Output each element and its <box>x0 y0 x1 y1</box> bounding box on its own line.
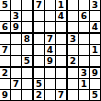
cell-r8c1[interactable] <box>0 79 10 89</box>
cell-r6c1[interactable] <box>0 56 10 66</box>
cell-r9c3[interactable] <box>22 90 32 100</box>
cell-r7c5[interactable] <box>45 68 55 78</box>
cell-r6c4[interactable] <box>34 56 44 66</box>
cell-r8c3[interactable] <box>22 79 32 89</box>
given-digit-r4c3[interactable]: 8 <box>22 34 32 44</box>
given-digit-r5c1[interactable]: 7 <box>0 45 10 55</box>
given-digit-r7c9[interactable]: 9 <box>90 68 100 78</box>
cell-r3c7[interactable] <box>68 22 78 32</box>
given-digit-r8c2[interactable]: 7 <box>11 79 21 89</box>
cell-r9c5[interactable] <box>45 90 55 100</box>
cell-r5c8[interactable] <box>79 45 89 55</box>
cell-r8c6[interactable] <box>56 79 66 89</box>
cell-r2c7[interactable] <box>68 11 78 21</box>
cell-r4c1[interactable] <box>0 34 10 44</box>
given-digit-r3c9[interactable]: 4 <box>90 22 100 32</box>
cell-r4c4[interactable] <box>34 34 44 44</box>
cell-r2c3[interactable] <box>22 11 32 21</box>
given-digit-r7c8[interactable]: 3 <box>79 68 89 78</box>
cell-r5c2[interactable] <box>11 45 21 55</box>
cell-r6c8[interactable] <box>79 56 89 66</box>
cell-r9c2[interactable] <box>11 90 21 100</box>
given-digit-r9c1[interactable]: 9 <box>0 90 10 100</box>
cell-r1c8[interactable] <box>79 0 89 10</box>
given-digit-r9c4[interactable]: 2 <box>34 90 44 100</box>
cell-r1c3[interactable] <box>22 0 32 10</box>
cell-r9c8[interactable] <box>79 90 89 100</box>
given-digit-r9c6[interactable]: 7 <box>56 90 66 100</box>
given-digit-r1c6[interactable]: 1 <box>56 0 66 10</box>
cell-r7c7[interactable] <box>68 68 78 78</box>
given-digit-r3c2[interactable]: 9 <box>11 22 21 32</box>
cell-r3c6[interactable] <box>56 22 66 32</box>
cell-r7c6[interactable] <box>56 68 66 78</box>
cell-r5c4[interactable] <box>34 45 44 55</box>
given-digit-r8c8[interactable]: 1 <box>79 79 89 89</box>
cell-r7c4[interactable] <box>34 68 44 78</box>
cell-r1c2[interactable] <box>11 0 21 10</box>
given-digit-r6c7[interactable]: 2 <box>68 56 78 66</box>
cell-r2c5[interactable] <box>45 11 55 21</box>
cell-r4c9[interactable] <box>90 34 100 44</box>
given-digit-r5c5[interactable]: 4 <box>45 45 55 55</box>
cell-r2c4[interactable] <box>34 11 44 21</box>
cell-r6c2[interactable] <box>11 56 21 66</box>
cell-r3c4[interactable] <box>34 22 44 32</box>
given-digit-r4c7[interactable]: 3 <box>68 34 78 44</box>
cell-r1c7[interactable] <box>68 0 78 10</box>
given-digit-r1c4[interactable]: 7 <box>34 0 44 10</box>
given-digit-r4c5[interactable]: 7 <box>45 34 55 44</box>
cell-r7c3[interactable] <box>22 68 32 78</box>
sudoku-board: 57133466948737415922397519275 <box>0 0 101 101</box>
cell-r9c7[interactable] <box>68 90 78 100</box>
given-digit-r9c9[interactable]: 5 <box>90 90 100 100</box>
cell-r5c6[interactable] <box>56 45 66 55</box>
cell-r1c5[interactable] <box>45 0 55 10</box>
given-digit-r3c1[interactable]: 6 <box>0 22 10 32</box>
cell-r5c7[interactable] <box>68 45 78 55</box>
cell-r3c8[interactable] <box>79 22 89 32</box>
given-digit-r7c1[interactable]: 2 <box>0 68 10 78</box>
cell-r3c5[interactable] <box>45 22 55 32</box>
cell-r2c1[interactable] <box>0 11 10 21</box>
given-digit-r2c2[interactable]: 3 <box>11 11 21 21</box>
given-digit-r1c1[interactable]: 5 <box>0 0 10 10</box>
given-digit-r2c8[interactable]: 6 <box>79 11 89 21</box>
cell-r8c7[interactable] <box>68 79 78 89</box>
cell-r2c9[interactable] <box>90 11 100 21</box>
given-digit-r6c3[interactable]: 5 <box>22 56 32 66</box>
given-digit-r1c9[interactable]: 3 <box>90 0 100 10</box>
cell-r3c3[interactable] <box>22 22 32 32</box>
given-digit-r5c9[interactable]: 1 <box>90 45 100 55</box>
cell-r5c3[interactable] <box>22 45 32 55</box>
cell-r8c9[interactable] <box>90 79 100 89</box>
cell-r8c5[interactable] <box>45 79 55 89</box>
given-digit-r6c5[interactable]: 9 <box>45 56 55 66</box>
given-digit-r8c4[interactable]: 5 <box>34 79 44 89</box>
given-digit-r2c6[interactable]: 4 <box>56 11 66 21</box>
cell-r4c6[interactable] <box>56 34 66 44</box>
cell-r7c2[interactable] <box>11 68 21 78</box>
cell-r6c9[interactable] <box>90 56 100 66</box>
cell-r4c2[interactable] <box>11 34 21 44</box>
cell-r6c6[interactable] <box>56 56 66 66</box>
cell-r4c8[interactable] <box>79 34 89 44</box>
